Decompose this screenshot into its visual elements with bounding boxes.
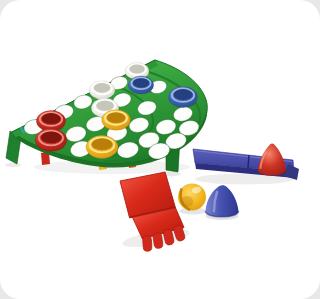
cup-red[interactable]: [35, 129, 66, 151]
cup-inside: [107, 112, 126, 123]
left-leg-shadow: [5, 163, 21, 167]
blue-cone[interactable]: [206, 185, 239, 217]
cup-inside: [41, 131, 61, 143]
cup-inside: [96, 101, 114, 111]
cup-yellow[interactable]: [102, 110, 131, 130]
product-photo-frame: [0, 0, 300, 299]
cup-inside: [94, 83, 111, 93]
cup-yellow[interactable]: [86, 136, 118, 159]
cup-blue[interactable]: [168, 87, 197, 108]
yellow-cone-opening: [181, 196, 193, 207]
game-scene: [0, 0, 300, 299]
cup-inside: [129, 65, 144, 74]
launcher-seam: [248, 155, 249, 168]
cup-red[interactable]: [36, 111, 65, 132]
cup-inside: [133, 78, 149, 88]
cup-inside: [92, 138, 113, 150]
yellow-cone-tipped[interactable]: [178, 184, 206, 211]
cup-inside: [42, 113, 61, 124]
paddle-finger: [142, 235, 152, 251]
cup-white[interactable]: [89, 81, 115, 99]
cup-inside: [174, 89, 193, 100]
cup-blue[interactable]: [128, 76, 153, 94]
